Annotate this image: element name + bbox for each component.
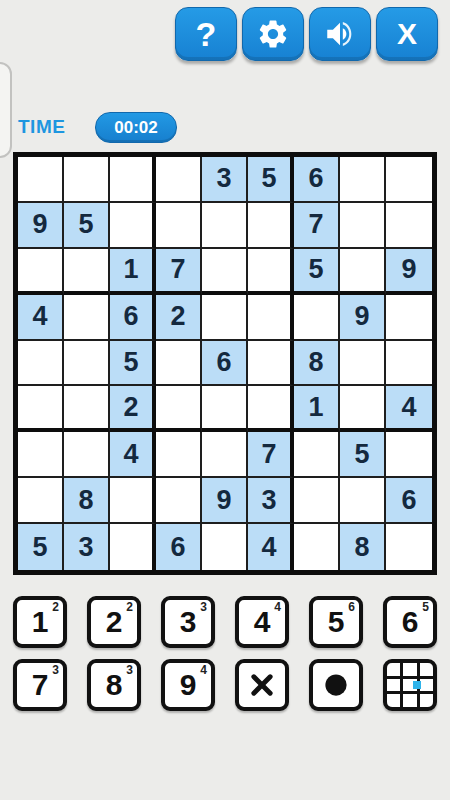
digit-count-badge: 4 [274,601,281,613]
pen-mode-button[interactable] [309,659,363,711]
sudoku-cell-r3c8[interactable] [340,249,386,295]
sudoku-cell-r4c3[interactable]: 6 [110,295,156,341]
sudoku-cell-r9c4[interactable]: 6 [156,524,202,570]
sudoku-cell-r9c2[interactable]: 3 [64,524,110,570]
digit-button-5[interactable]: 56 [309,596,363,648]
timer-value-badge: 00:02 [95,112,177,143]
sudoku-cell-r8c4[interactable] [156,478,202,524]
sudoku-cell-r5c3[interactable]: 5 [110,341,156,387]
sudoku-cell-r8c1[interactable] [18,478,64,524]
digit-button-8[interactable]: 83 [87,659,141,711]
sudoku-cell-r4c7[interactable] [294,295,340,341]
digit-label: 7 [32,668,49,702]
sudoku-cell-r2c9[interactable] [386,203,432,249]
sudoku-cell-r8c5[interactable]: 9 [202,478,248,524]
sudoku-cell-r9c8[interactable]: 8 [340,524,386,570]
digit-count-badge: 4 [200,664,207,676]
close-icon: X [397,19,417,49]
timer-row: TIME 00:02 [18,112,65,142]
sudoku-cell-r2c2[interactable]: 5 [64,203,110,249]
sudoku-cell-r6c8[interactable] [340,386,386,432]
digit-label: 8 [106,668,123,702]
sudoku-cell-r9c5[interactable] [202,524,248,570]
digit-count-badge: 3 [52,664,59,676]
sudoku-cell-r5c4[interactable] [156,341,202,387]
digit-button-2[interactable]: 22 [87,596,141,648]
digit-button-4[interactable]: 44 [235,596,289,648]
side-drawer-handle[interactable] [0,62,12,158]
sudoku-cell-r1c3[interactable] [110,157,156,203]
sound-button[interactable] [309,7,371,61]
close-button[interactable]: X [376,7,438,61]
digit-count-badge: 2 [52,601,59,613]
sudoku-cell-r6c3[interactable]: 2 [110,386,156,432]
sudoku-cell-r7c4[interactable] [156,432,202,478]
sudoku-cell-r9c7[interactable] [294,524,340,570]
digit-label: 5 [328,605,345,639]
sudoku-cell-r2c5[interactable] [202,203,248,249]
sudoku-cell-r4c4[interactable]: 2 [156,295,202,341]
sudoku-cell-r1c8[interactable] [340,157,386,203]
sudoku-cell-r9c1[interactable]: 5 [18,524,64,570]
mini-grid-icon [387,663,433,707]
sudoku-cell-r6c2[interactable] [64,386,110,432]
sudoku-cell-r1c1[interactable] [18,157,64,203]
sudoku-cell-r6c5[interactable] [202,386,248,432]
digit-button-6[interactable]: 65 [383,596,437,648]
sudoku-cell-r3c6[interactable] [248,249,294,295]
question-icon: ? [196,17,217,51]
sudoku-cell-r5c7[interactable]: 8 [294,341,340,387]
sudoku-cell-r4c1[interactable]: 4 [18,295,64,341]
sudoku-cell-r2c3[interactable] [110,203,156,249]
sudoku-cell-r2c4[interactable] [156,203,202,249]
sudoku-cell-r4c6[interactable] [248,295,294,341]
circle-icon [321,670,351,700]
digit-button-9[interactable]: 94 [161,659,215,711]
sudoku-cell-r3c9[interactable]: 9 [386,249,432,295]
sudoku-cell-r7c5[interactable] [202,432,248,478]
sudoku-cell-r7c2[interactable] [64,432,110,478]
notes-dot [413,681,421,689]
help-button[interactable]: ? [175,7,237,61]
timer-label: TIME [18,116,65,138]
gear-icon [256,17,290,51]
digit-button-7[interactable]: 73 [13,659,67,711]
sudoku-cell-r7c9[interactable] [386,432,432,478]
sudoku-cell-r2c6[interactable] [248,203,294,249]
settings-button[interactable] [242,7,304,61]
digit-label: 6 [402,605,419,639]
speaker-icon [323,17,357,51]
sudoku-cell-r6c9[interactable]: 4 [386,386,432,432]
digit-count-badge: 6 [348,601,355,613]
sudoku-cell-r5c6[interactable] [248,341,294,387]
sudoku-cell-r3c1[interactable] [18,249,64,295]
sudoku-cell-r9c3[interactable] [110,524,156,570]
sudoku-cell-r1c9[interactable] [386,157,432,203]
erase-button[interactable] [235,659,289,711]
sudoku-cell-r5c9[interactable] [386,341,432,387]
digit-count-badge: 2 [126,601,133,613]
sudoku-cell-r6c7[interactable]: 1 [294,386,340,432]
sudoku-cell-r2c8[interactable] [340,203,386,249]
digit-button-3[interactable]: 33 [161,596,215,648]
sudoku-cell-r4c9[interactable] [386,295,432,341]
sudoku-cell-r9c9[interactable] [386,524,432,570]
digit-label: 4 [254,605,271,639]
sudoku-cell-r1c2[interactable] [64,157,110,203]
digit-count-badge: 5 [422,601,429,613]
notes-grid-button[interactable] [383,659,437,711]
sudoku-cell-r5c2[interactable] [64,341,110,387]
sudoku-cell-r7c7[interactable] [294,432,340,478]
sudoku-cell-r1c4[interactable] [156,157,202,203]
digit-count-badge: 3 [200,601,207,613]
sudoku-cell-r3c7[interactable]: 5 [294,249,340,295]
sudoku-cell-r3c5[interactable] [202,249,248,295]
digit-label: 3 [180,605,197,639]
sudoku-board: 35695717594629568214475893653648 [13,152,437,575]
keypad: 122233445665738394 [13,596,437,711]
toolbar: ? X [175,7,438,61]
digit-label: 1 [32,605,49,639]
sudoku-cell-r1c7[interactable]: 6 [294,157,340,203]
digit-button-1[interactable]: 12 [13,596,67,648]
sudoku-cell-r8c7[interactable] [294,478,340,524]
sudoku-cell-r2c1[interactable]: 9 [18,203,64,249]
sudoku-cell-r5c8[interactable] [340,341,386,387]
sudoku-cell-r5c1[interactable] [18,341,64,387]
sudoku-cell-r1c6[interactable]: 5 [248,157,294,203]
sudoku-cell-r8c9[interactable]: 6 [386,478,432,524]
sudoku-cell-r8c8[interactable] [340,478,386,524]
sudoku-cell-r1c5[interactable]: 3 [202,157,248,203]
sudoku-cell-r9c6[interactable]: 4 [248,524,294,570]
sudoku-cell-r6c6[interactable] [248,386,294,432]
sudoku-cell-r7c1[interactable] [18,432,64,478]
sudoku-cell-r8c6[interactable]: 3 [248,478,294,524]
sudoku-cell-r7c3[interactable]: 4 [110,432,156,478]
sudoku-cell-r4c2[interactable] [64,295,110,341]
digit-label: 2 [106,605,123,639]
sudoku-cell-r7c8[interactable]: 5 [340,432,386,478]
sudoku-cell-r4c5[interactable] [202,295,248,341]
sudoku-cell-r2c7[interactable]: 7 [294,203,340,249]
sudoku-cell-r3c3[interactable]: 1 [110,249,156,295]
sudoku-cell-r7c6[interactable]: 7 [248,432,294,478]
digit-label: 9 [180,668,197,702]
sudoku-cell-r8c3[interactable] [110,478,156,524]
sudoku-cell-r3c4[interactable]: 7 [156,249,202,295]
timer-value: 00:02 [114,118,157,138]
sudoku-cell-r6c1[interactable] [18,386,64,432]
digit-count-badge: 3 [126,664,133,676]
sudoku-cell-r6c4[interactable] [156,386,202,432]
sudoku-cell-r8c2[interactable]: 8 [64,478,110,524]
sudoku-cell-r4c8[interactable]: 9 [340,295,386,341]
sudoku-cell-r3c2[interactable] [64,249,110,295]
cross-icon [248,671,276,699]
sudoku-cell-r5c5[interactable]: 6 [202,341,248,387]
